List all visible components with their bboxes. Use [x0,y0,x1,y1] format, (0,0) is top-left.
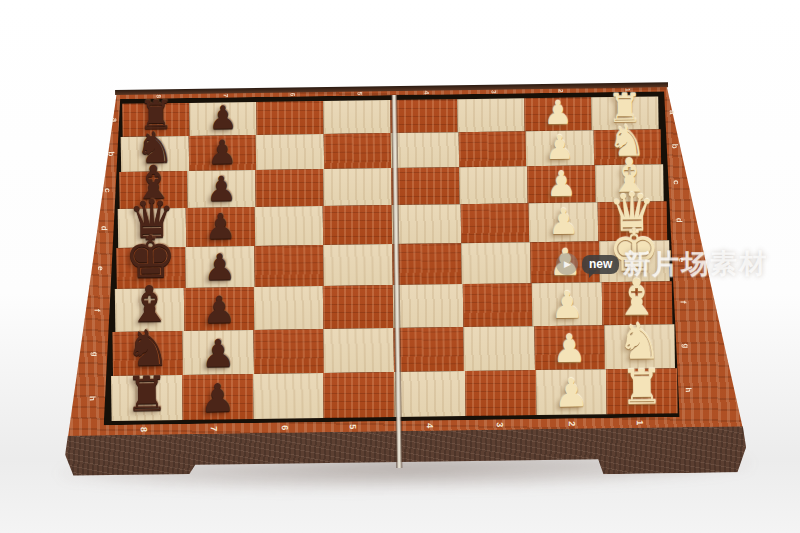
square-e6 [254,245,324,287]
new-badge: new [582,255,619,274]
piece-black-pawn: ♟ [202,292,236,328]
coord-right-h: h [684,387,693,392]
square-c5 [323,168,392,206]
coord-top-7: 7 [223,94,230,98]
stock-watermark: ▶ new 新片场素材 [556,246,768,282]
square-g5 [323,328,394,373]
square-e4 [392,243,462,285]
square-f6 [254,286,324,330]
piece-black-pawn: ♟ [206,172,237,205]
watermark-text: 新片场素材 [623,246,768,282]
square-b2: ♟ [526,130,594,166]
square-f5 [323,285,393,329]
square-g6 [253,329,324,374]
square-b5 [323,133,391,169]
piece-black-pawn: ♟ [203,250,236,285]
square-e5 [323,244,393,286]
piece-black-pawn: ♟ [207,136,237,168]
square-b7: ♟ [188,135,256,171]
coord-bottom-8: 8 [139,427,149,432]
coord-top-6: 6 [290,93,297,97]
coord-bottom-5: 5 [348,424,358,429]
square-h7: ♟ [182,374,253,420]
piece-white-pawn: ♟ [546,167,577,200]
square-d4 [392,204,461,244]
piece-white-pawn: ♟ [550,287,584,323]
square-a7: ♟ [189,102,256,136]
square-h8: ♜ [111,375,182,421]
piece-white-pawn: ♟ [552,330,587,367]
square-h5 [323,372,394,418]
coord-top-1: 1 [625,88,632,92]
square-h4 [394,371,465,417]
coord-left-e: e [96,266,105,271]
coord-top-3: 3 [491,90,498,94]
piece-black-rook: ♜ [125,372,169,418]
square-g3 [464,326,535,371]
coord-bottom-6: 6 [280,425,290,430]
coord-left-g: g [90,352,99,357]
coord-top-5: 5 [357,92,364,96]
square-e7: ♟ [185,246,255,288]
square-b6 [256,134,324,170]
square-f2: ♟ [532,282,602,326]
square-g4 [393,327,464,372]
coord-bottom-2: 2 [567,421,577,426]
coord-bottom-7: 7 [209,426,219,431]
coord-left-b: b [106,152,115,157]
photo-background: ♜♟♟♜♞♟♟♞♝♟♟♝♛♟♟♛♚♟♟♚♝♟♟♝♞♟♟♞♜♟♟♜ 8765432… [0,0,800,533]
coord-top-8: 8 [156,94,163,98]
square-a3 [457,98,524,132]
square-c4 [391,167,460,205]
square-g2: ♟ [534,325,605,370]
piece-black-pawn: ♟ [204,210,236,244]
coord-right-f: f [679,301,688,304]
coord-top-4: 4 [424,91,431,95]
square-b4 [391,132,459,168]
play-icon: ▶ [556,253,578,275]
coord-top-2: 2 [558,89,565,93]
square-f3 [462,283,532,327]
square-a4 [390,99,457,133]
square-c6 [255,169,324,207]
piece-black-pawn: ♟ [201,335,236,372]
square-h1: ♜ [606,368,677,414]
square-f7: ♟ [184,287,254,331]
coord-left-d: d [99,226,108,231]
square-d5 [323,205,392,245]
square-g7: ♟ [183,330,254,375]
coord-left-c: c [103,188,112,193]
coord-right-a: a [668,110,677,115]
square-d6 [254,206,323,246]
coord-right-b: b [670,144,679,149]
square-c2: ♟ [527,165,596,203]
square-d3 [460,203,529,243]
piece-white-pawn: ♟ [548,205,580,239]
coord-left-h: h [88,396,97,401]
coord-left-a: a [110,118,119,123]
square-c3 [459,166,528,204]
square-f4 [393,284,463,328]
square-a5 [323,100,390,134]
square-h2: ♟ [535,369,606,415]
square-a2: ♟ [524,97,591,131]
piece-black-pawn: ♟ [200,379,235,417]
piece-white-pawn: ♟ [545,131,575,163]
piece-black-pawn: ♟ [208,102,237,133]
coord-right-g: g [681,344,690,349]
coord-right-c: c [672,180,681,185]
square-h6 [253,373,324,419]
coord-bottom-3: 3 [495,422,505,427]
coord-left-f: f [93,309,102,312]
square-e3 [461,242,531,284]
square-d7: ♟ [186,207,255,247]
coord-right-d: d [674,218,683,223]
piece-white-pawn: ♟ [553,374,588,412]
piece-white-pawn: ♟ [543,97,572,128]
square-a6 [256,101,323,135]
piece-white-rook: ♜ [620,365,664,411]
square-h3 [465,370,536,416]
square-c7: ♟ [187,170,256,208]
square-d2: ♟ [529,202,598,242]
coord-bottom-1: 1 [635,420,645,425]
coord-bottom-4: 4 [425,423,435,428]
coordinate-labels: 8765432187654321abcdefghabcdefgh [0,0,796,6]
square-b3 [458,131,526,167]
